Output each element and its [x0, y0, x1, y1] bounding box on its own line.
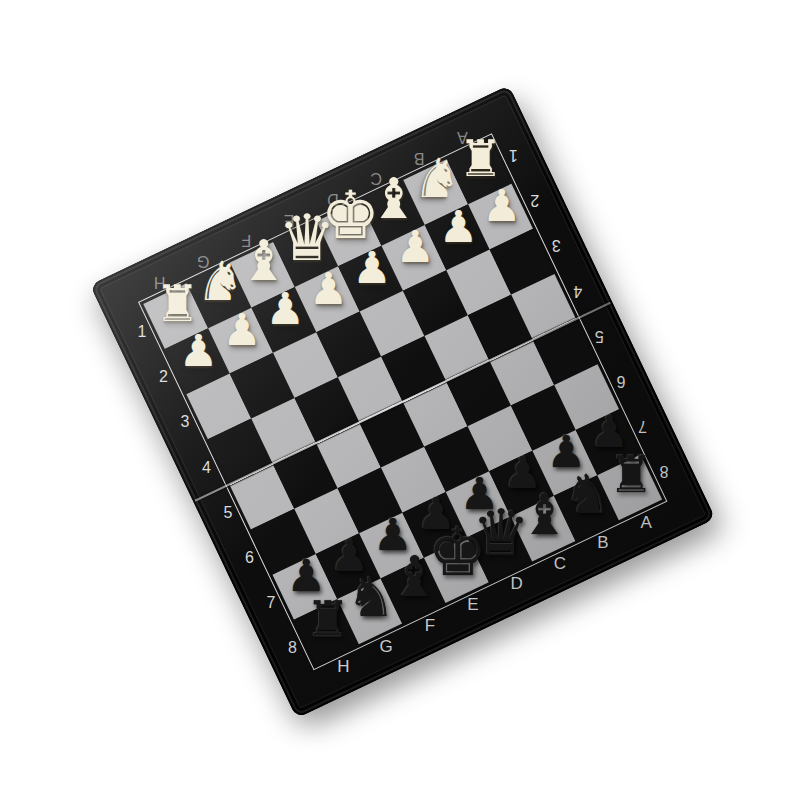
white-pawn-b2[interactable]: ♟	[439, 204, 478, 248]
rank-label-5: 5	[594, 327, 603, 345]
white-pawn-d2[interactable]: ♟	[352, 246, 391, 290]
rank-label-3: 3	[551, 237, 560, 255]
rank-label-6: 6	[245, 549, 254, 567]
rank-label-4: 4	[202, 459, 211, 477]
white-rook-a1[interactable]: ♜	[458, 134, 503, 184]
black-rook-h8[interactable]: ♜	[305, 594, 350, 644]
rank-label-3: 3	[180, 414, 189, 432]
black-rook-a8[interactable]: ♜	[608, 450, 653, 500]
photo-background: 12345678 12345678 HGFEDCBA HGFEDCBA ♜♞♝♛…	[0, 0, 800, 800]
white-knight-g1[interactable]: ♞	[196, 255, 244, 309]
rank-label-7: 7	[266, 594, 275, 612]
black-bishop-c8[interactable]: ♝	[519, 486, 569, 542]
file-label-G: G	[379, 636, 393, 656]
rank-label-1: 1	[137, 323, 146, 341]
white-pawn-f2[interactable]: ♟	[265, 287, 304, 331]
white-pawn-c2[interactable]: ♟	[395, 225, 434, 269]
file-label-B: B	[597, 533, 609, 553]
rank-label-1: 1	[508, 146, 517, 164]
black-knight-b8[interactable]: ♞	[563, 467, 611, 521]
file-label-D: D	[510, 574, 523, 594]
rank-label-7: 7	[637, 417, 646, 435]
white-pawn-e2[interactable]: ♟	[309, 266, 348, 310]
rank-label-2: 2	[530, 191, 539, 209]
rank-label-8: 8	[659, 462, 668, 480]
white-rook-h1[interactable]: ♜	[154, 278, 199, 328]
chess-board: 12345678 12345678 HGFEDCBA HGFEDCBA ♜♞♝♛…	[90, 85, 715, 718]
white-pawn-g2[interactable]: ♟	[222, 308, 261, 352]
white-bishop-c1[interactable]: ♝	[368, 170, 418, 226]
black-knight-g8[interactable]: ♞	[347, 570, 395, 624]
white-pawn-a2[interactable]: ♟	[482, 184, 521, 228]
rank-label-5: 5	[223, 504, 232, 522]
file-label-F: F	[424, 615, 435, 635]
file-label-H: H	[337, 657, 350, 677]
file-label-A: A	[640, 512, 652, 532]
rank-label-4: 4	[573, 282, 582, 300]
white-pawn-h2[interactable]: ♟	[179, 328, 218, 372]
rank-label-8: 8	[288, 639, 297, 657]
rank-label-2: 2	[159, 368, 168, 386]
file-label-E: E	[467, 595, 479, 615]
white-knight-b1[interactable]: ♞	[413, 151, 461, 205]
rank-label-6: 6	[616, 372, 625, 390]
file-label-C: C	[553, 553, 566, 573]
